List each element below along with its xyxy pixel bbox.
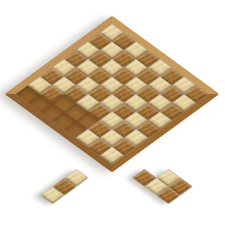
loose-piece-l[interactable] (132, 160, 192, 204)
loose-piece-bar[interactable] (40, 169, 88, 204)
product-photo (0, 0, 225, 225)
puzzle-board (16, 24, 208, 164)
puzzle-tray (5, 16, 220, 173)
